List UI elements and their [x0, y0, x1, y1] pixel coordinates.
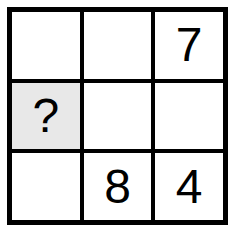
- cell-r2c0[interactable]: [12, 153, 80, 220]
- cell-r2c2[interactable]: 4: [155, 153, 223, 220]
- cell-r2c1[interactable]: 8: [84, 153, 152, 220]
- cell-r0c0[interactable]: [12, 12, 80, 79]
- puzzle-grid: 7?84: [7, 7, 228, 225]
- cell-r0c2[interactable]: 7: [155, 12, 223, 79]
- cell-r1c0-missing[interactable]: ?: [12, 83, 80, 150]
- cell-r1c2[interactable]: [155, 83, 223, 150]
- cell-r1c1[interactable]: [84, 83, 152, 150]
- cell-r0c1[interactable]: [84, 12, 152, 79]
